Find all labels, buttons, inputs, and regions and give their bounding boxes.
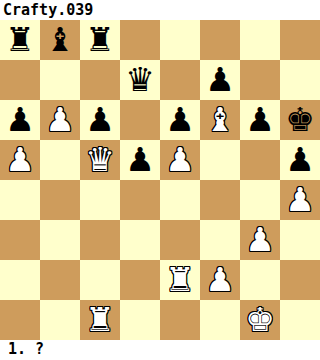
page-title: Crafty.039 [3,1,93,19]
square-c2[interactable] [80,260,120,300]
square-a6[interactable]: ♟ [0,100,40,140]
square-g6[interactable]: ♟ [240,100,280,140]
square-f1[interactable] [200,300,240,340]
white-pawn-g3: ♟ [240,220,280,260]
square-d8[interactable] [120,20,160,60]
black-king-h6: ♚ [280,100,320,140]
square-c3[interactable] [80,220,120,260]
square-d3[interactable] [120,220,160,260]
chess-board: ♜♝♜♛♟♟♟♟♟♝♟♚♟♛♟♟♟♟♟♜♟♜♚ [0,20,320,340]
black-pawn-g6: ♟ [240,100,280,140]
square-e7[interactable] [160,60,200,100]
square-g2[interactable] [240,260,280,300]
white-queen-c5: ♛ [80,140,120,180]
white-pawn-e5: ♟ [160,140,200,180]
square-c1[interactable]: ♜ [80,300,120,340]
black-pawn-c6: ♟ [80,100,120,140]
square-a7[interactable] [0,60,40,100]
square-g1[interactable]: ♚ [240,300,280,340]
square-f4[interactable] [200,180,240,220]
square-h6[interactable]: ♚ [280,100,320,140]
black-pawn-a6: ♟ [0,100,40,140]
square-b4[interactable] [40,180,80,220]
square-f3[interactable] [200,220,240,260]
square-b6[interactable]: ♟ [40,100,80,140]
square-h3[interactable] [280,220,320,260]
white-pawn-h4: ♟ [280,180,320,220]
square-b8[interactable]: ♝ [40,20,80,60]
white-pawn-b6: ♟ [40,100,80,140]
square-e4[interactable] [160,180,200,220]
square-h5[interactable]: ♟ [280,140,320,180]
square-d1[interactable] [120,300,160,340]
square-a5[interactable]: ♟ [0,140,40,180]
black-pawn-e6: ♟ [160,100,200,140]
move-prompt: 1. ? [8,340,44,358]
black-rook-c8: ♜ [80,20,120,60]
black-pawn-h5: ♟ [280,140,320,180]
white-rook-c1: ♜ [80,300,120,340]
square-d7[interactable]: ♛ [120,60,160,100]
square-h2[interactable] [280,260,320,300]
square-c6[interactable]: ♟ [80,100,120,140]
white-pawn-f2: ♟ [200,260,240,300]
square-c4[interactable] [80,180,120,220]
white-king-g1: ♚ [240,300,280,340]
square-b2[interactable] [40,260,80,300]
square-g7[interactable] [240,60,280,100]
square-a3[interactable] [0,220,40,260]
square-e6[interactable]: ♟ [160,100,200,140]
black-bishop-b8: ♝ [40,20,80,60]
square-d6[interactable] [120,100,160,140]
square-a2[interactable] [0,260,40,300]
square-f7[interactable]: ♟ [200,60,240,100]
square-c8[interactable]: ♜ [80,20,120,60]
square-h7[interactable] [280,60,320,100]
square-c7[interactable] [80,60,120,100]
square-e3[interactable] [160,220,200,260]
square-g5[interactable] [240,140,280,180]
square-a4[interactable] [0,180,40,220]
square-c5[interactable]: ♛ [80,140,120,180]
square-e1[interactable] [160,300,200,340]
square-a8[interactable]: ♜ [0,20,40,60]
square-b5[interactable] [40,140,80,180]
square-d2[interactable] [120,260,160,300]
black-pawn-d5: ♟ [120,140,160,180]
black-queen-d7: ♛ [120,60,160,100]
square-b3[interactable] [40,220,80,260]
white-pawn-a5: ♟ [0,140,40,180]
square-e8[interactable] [160,20,200,60]
square-h1[interactable] [280,300,320,340]
square-g8[interactable] [240,20,280,60]
square-b1[interactable] [40,300,80,340]
square-d5[interactable]: ♟ [120,140,160,180]
square-h4[interactable]: ♟ [280,180,320,220]
square-b7[interactable] [40,60,80,100]
square-f6[interactable]: ♝ [200,100,240,140]
square-f2[interactable]: ♟ [200,260,240,300]
square-h8[interactable] [280,20,320,60]
square-f5[interactable] [200,140,240,180]
square-a1[interactable] [0,300,40,340]
white-bishop-f6: ♝ [200,100,240,140]
black-rook-a8: ♜ [0,20,40,60]
square-g3[interactable]: ♟ [240,220,280,260]
square-e2[interactable]: ♜ [160,260,200,300]
square-g4[interactable] [240,180,280,220]
square-d4[interactable] [120,180,160,220]
black-pawn-f7: ♟ [200,60,240,100]
square-e5[interactable]: ♟ [160,140,200,180]
square-f8[interactable] [200,20,240,60]
white-rook-e2: ♜ [160,260,200,300]
